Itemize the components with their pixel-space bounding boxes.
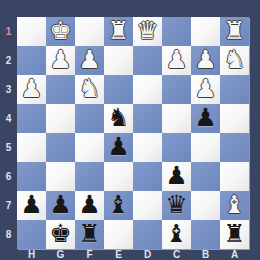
file-label-g: G [46,249,75,260]
square-c3[interactable] [162,75,191,104]
black-rook: ♜ [75,220,104,249]
white-knight: ♞ [75,75,104,104]
square-a3[interactable] [220,75,249,104]
rank-label-6: 6 [0,162,17,191]
white-bishop: ♝ [220,191,249,220]
white-queen: ♛ [133,17,162,46]
square-c4[interactable] [162,104,191,133]
square-g6[interactable] [46,162,75,191]
square-d8[interactable] [133,220,162,249]
white-pawn: ♟ [75,46,104,75]
white-rook: ♜ [220,17,249,46]
square-e6[interactable] [104,162,133,191]
square-d1[interactable]: ♛ [133,17,162,46]
square-f2[interactable]: ♟ [75,46,104,75]
square-g7[interactable]: ♟ [46,191,75,220]
square-a8[interactable]: ♜ [220,220,249,249]
square-h3[interactable]: ♟ [17,75,46,104]
square-b6[interactable] [191,162,220,191]
rank-label-2: 2 [0,46,17,75]
square-e3[interactable] [104,75,133,104]
white-pawn: ♟ [191,75,220,104]
file-labels: H G F E D C B A [17,249,249,260]
white-pawn: ♟ [191,46,220,75]
rank-label-8: 8 [0,220,17,249]
black-king: ♚ [46,220,75,249]
square-a2[interactable]: ♞ [220,46,249,75]
square-d4[interactable] [133,104,162,133]
square-c8[interactable]: ♝ [162,220,191,249]
black-bishop: ♝ [162,220,191,249]
square-d6[interactable] [133,162,162,191]
square-e7[interactable]: ♝ [104,191,133,220]
square-e4[interactable]: ♞ [104,104,133,133]
square-b2[interactable]: ♟ [191,46,220,75]
square-g2[interactable]: ♟ [46,46,75,75]
square-g1[interactable]: ♚ [46,17,75,46]
file-label-b: B [191,249,220,260]
square-e1[interactable]: ♜ [104,17,133,46]
square-c1[interactable] [162,17,191,46]
black-rook: ♜ [220,220,249,249]
rank-label-4: 4 [0,104,17,133]
square-c6[interactable]: ♟ [162,162,191,191]
file-label-e: E [104,249,133,260]
rank-label-3: 3 [0,75,17,104]
square-h2[interactable] [17,46,46,75]
black-bishop: ♝ [104,191,133,220]
white-king: ♚ [46,17,75,46]
square-d2[interactable] [133,46,162,75]
square-h1[interactable] [17,17,46,46]
square-g8[interactable]: ♚ [46,220,75,249]
file-label-f: F [75,249,104,260]
square-h7[interactable]: ♟ [17,191,46,220]
square-a4[interactable] [220,104,249,133]
file-label-h: H [17,249,46,260]
square-a1[interactable]: ♜ [220,17,249,46]
square-a5[interactable] [220,133,249,162]
square-a7[interactable]: ♝ [220,191,249,220]
square-f8[interactable]: ♜ [75,220,104,249]
square-h4[interactable] [17,104,46,133]
black-pawn: ♟ [104,133,133,162]
square-d3[interactable] [133,75,162,104]
black-pawn: ♟ [162,162,191,191]
square-b3[interactable]: ♟ [191,75,220,104]
rank-label-1: 1 [0,17,17,46]
rank-labels: 1 2 3 4 5 6 7 8 [0,17,17,249]
white-knight: ♞ [220,46,249,75]
rank-label-7: 7 [0,191,17,220]
white-pawn: ♟ [162,46,191,75]
square-e5[interactable]: ♟ [104,133,133,162]
square-b1[interactable] [191,17,220,46]
white-pawn: ♟ [46,46,75,75]
black-pawn: ♟ [75,191,104,220]
square-e2[interactable] [104,46,133,75]
square-f7[interactable]: ♟ [75,191,104,220]
square-h5[interactable] [17,133,46,162]
square-h6[interactable] [17,162,46,191]
square-b7[interactable] [191,191,220,220]
square-h8[interactable] [17,220,46,249]
black-pawn: ♟ [191,104,220,133]
square-f1[interactable] [75,17,104,46]
square-b4[interactable]: ♟ [191,104,220,133]
black-pawn: ♟ [17,191,46,220]
square-e8[interactable] [104,220,133,249]
square-g5[interactable] [46,133,75,162]
black-pawn: ♟ [46,191,75,220]
file-label-c: C [162,249,191,260]
square-a6[interactable] [220,162,249,191]
file-label-a: A [220,249,249,260]
square-c5[interactable] [162,133,191,162]
black-queen: ♛ [162,191,191,220]
white-pawn: ♟ [17,75,46,104]
square-b5[interactable] [191,133,220,162]
black-knight: ♞ [104,104,133,133]
square-f6[interactable] [75,162,104,191]
square-d5[interactable] [133,133,162,162]
square-d7[interactable] [133,191,162,220]
chess-board: ♚♜♛♜♟♟♟♟♞♟♞♟♞♟♟♟♟♟♟♝♛♝♚♜♝♜ [17,17,249,249]
square-c7[interactable]: ♛ [162,191,191,220]
square-c2[interactable]: ♟ [162,46,191,75]
square-f5[interactable] [75,133,104,162]
file-label-d: D [133,249,162,260]
square-f3[interactable]: ♞ [75,75,104,104]
square-g4[interactable] [46,104,75,133]
white-rook: ♜ [104,17,133,46]
square-b8[interactable] [191,220,220,249]
rank-label-5: 5 [0,133,17,162]
chess-diagram: 1 2 3 4 5 6 7 8 ♚♜♛♜♟♟♟♟♞♟♞♟♞♟♟♟♟♟♟♝♛♝♚♜… [0,0,260,260]
square-f4[interactable] [75,104,104,133]
square-g3[interactable] [46,75,75,104]
